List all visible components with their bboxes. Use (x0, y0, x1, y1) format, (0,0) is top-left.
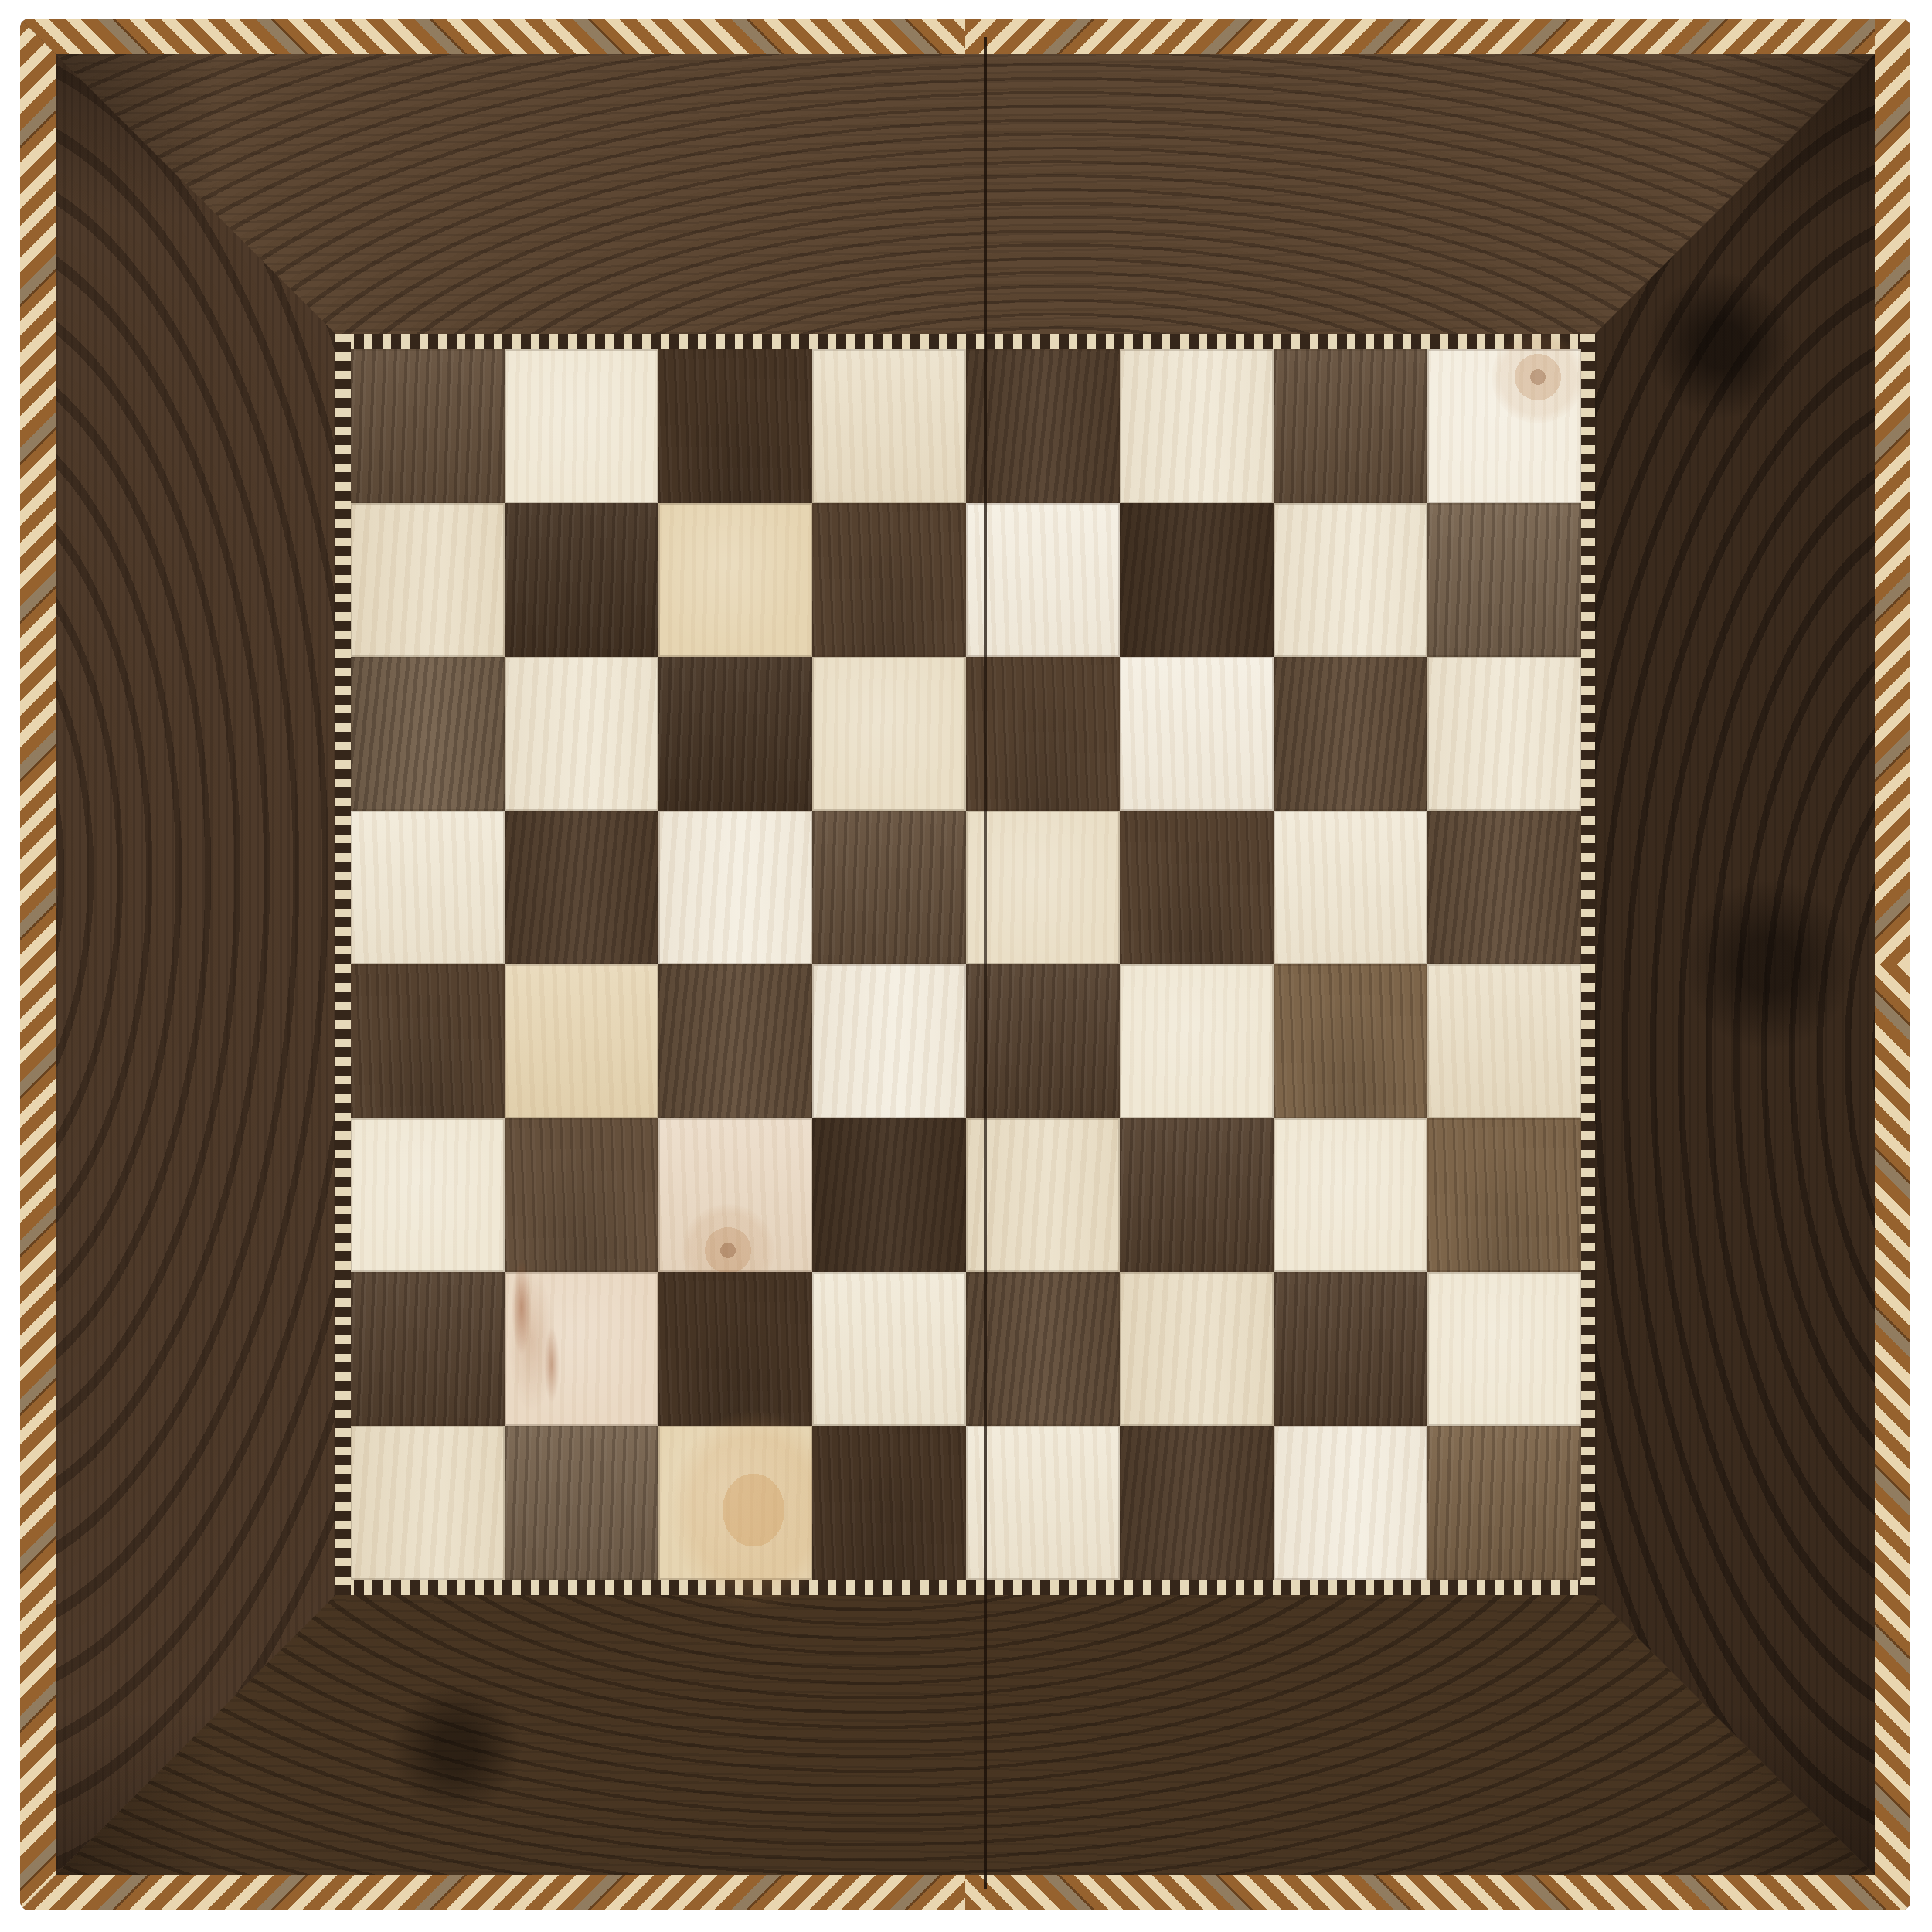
square-g6 (1274, 657, 1427, 811)
square-h8 (1427, 349, 1581, 503)
square-b1 (505, 1426, 658, 1580)
square-e2 (966, 1272, 1120, 1426)
square-a1 (351, 1426, 505, 1580)
walnut-frame-left (56, 54, 335, 1875)
square-f1 (1120, 1426, 1274, 1580)
square-a3 (351, 1118, 505, 1272)
square-b7 (505, 503, 658, 657)
square-f2 (1120, 1272, 1274, 1426)
square-f5 (1120, 811, 1274, 964)
square-f8 (1120, 349, 1274, 503)
square-a2 (351, 1272, 505, 1426)
square-g4 (1274, 964, 1427, 1118)
square-e7 (966, 503, 1120, 657)
inner-checkered-border-right (1580, 334, 1595, 1595)
square-g1 (1274, 1426, 1427, 1580)
stripe-border-top (20, 19, 1910, 54)
square-a7 (351, 503, 505, 657)
inner-checkered-border-top (335, 334, 1595, 349)
stripe-border-left (20, 19, 56, 1910)
square-a8 (351, 349, 505, 503)
square-d8 (812, 349, 966, 503)
walnut-frame-right (1595, 54, 1875, 1875)
playing-field (351, 349, 1581, 1580)
square-b4 (505, 964, 658, 1118)
stripe-border-right-bottom-half (1875, 964, 1910, 1910)
square-d4 (812, 964, 966, 1118)
stripe-border-bottom-left-half (20, 1875, 965, 1910)
square-a5 (351, 811, 505, 964)
stripe-border-top-right-half (965, 19, 1910, 54)
square-e3 (966, 1118, 1120, 1272)
stripe-border-bottom-right-half (965, 1875, 1910, 1910)
walnut-frame-bottom (56, 1595, 1875, 1875)
square-e6 (966, 657, 1120, 811)
square-g8 (1274, 349, 1427, 503)
square-c3 (658, 1118, 812, 1272)
inner-checkered-border-bottom (335, 1580, 1595, 1595)
square-b5 (505, 811, 658, 964)
inner-checkered-border-left (335, 334, 351, 1595)
square-e5 (966, 811, 1120, 964)
square-e8 (966, 349, 1120, 503)
square-e4 (966, 964, 1120, 1118)
square-h1 (1427, 1426, 1581, 1580)
square-h6 (1427, 657, 1581, 811)
square-c6 (658, 657, 812, 811)
square-b2 (505, 1272, 658, 1426)
walnut-frame-top (56, 54, 1875, 334)
chessboard (20, 19, 1910, 1910)
square-g5 (1274, 811, 1427, 964)
square-g2 (1274, 1272, 1427, 1426)
square-h2 (1427, 1272, 1581, 1426)
square-h3 (1427, 1118, 1581, 1272)
square-c8 (658, 349, 812, 503)
stripe-border-top-left-half (20, 19, 965, 54)
square-b6 (505, 657, 658, 811)
square-c4 (658, 964, 812, 1118)
square-d6 (812, 657, 966, 811)
square-d3 (812, 1118, 966, 1272)
square-h7 (1427, 503, 1581, 657)
square-c5 (658, 811, 812, 964)
square-h4 (1427, 964, 1581, 1118)
square-a6 (351, 657, 505, 811)
square-g3 (1274, 1118, 1427, 1272)
stripe-border-right (1875, 19, 1910, 1910)
square-d7 (812, 503, 966, 657)
square-d2 (812, 1272, 966, 1426)
square-h5 (1427, 811, 1581, 964)
square-d1 (812, 1426, 966, 1580)
square-c7 (658, 503, 812, 657)
square-c1 (658, 1426, 812, 1580)
square-e1 (966, 1426, 1120, 1580)
square-b3 (505, 1118, 658, 1272)
center-fold-seam (984, 37, 987, 1889)
square-f4 (1120, 964, 1274, 1118)
square-g7 (1274, 503, 1427, 657)
square-d5 (812, 811, 966, 964)
stripe-border-right-top-half (1875, 19, 1910, 964)
square-b8 (505, 349, 658, 503)
square-c2 (658, 1272, 812, 1426)
square-f6 (1120, 657, 1274, 811)
square-f7 (1120, 503, 1274, 657)
page-root: { "game": { "name": "chess", "descriptio… (0, 0, 1932, 1932)
stripe-border-bottom (20, 1875, 1910, 1910)
square-a4 (351, 964, 505, 1118)
square-f3 (1120, 1118, 1274, 1272)
